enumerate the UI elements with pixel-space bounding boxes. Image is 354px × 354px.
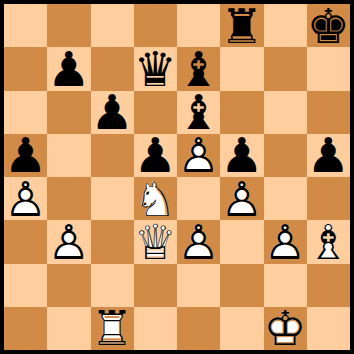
square-a8[interactable] xyxy=(4,4,47,47)
black-piece-glyph: ♛ xyxy=(134,47,177,90)
square-f7[interactable] xyxy=(220,47,263,90)
square-h7[interactable] xyxy=(307,47,350,90)
white-piece-outline-layer: ♙ xyxy=(4,177,47,220)
square-a1[interactable] xyxy=(4,307,47,350)
square-f4[interactable]: ♟♙ xyxy=(220,177,263,220)
square-g5[interactable] xyxy=(264,134,307,177)
white-piece-outline-layer: ♖ xyxy=(91,307,134,350)
black-piece-glyph: ♜ xyxy=(220,4,263,47)
square-b2[interactable] xyxy=(47,264,90,307)
square-e1[interactable] xyxy=(177,307,220,350)
white-piece-outline-layer: ♙ xyxy=(264,220,307,263)
chess-diagram: ♜♚♟♛♝♟♝♟♟♟♙♟♟♟♙♞♘♟♙♟♙♛♕♟♙♟♙♝♗♜♖♚♔ xyxy=(0,0,354,354)
white-pawn[interactable]: ♟♙ xyxy=(177,134,220,177)
white-piece-outline-layer: ♙ xyxy=(177,134,220,177)
square-h3[interactable]: ♝♗ xyxy=(307,220,350,263)
square-e5[interactable]: ♟♙ xyxy=(177,134,220,177)
black-piece-glyph: ♟ xyxy=(47,47,90,90)
square-g1[interactable]: ♚♔ xyxy=(264,307,307,350)
square-c1[interactable]: ♜♖ xyxy=(91,307,134,350)
black-piece-glyph: ♟ xyxy=(91,91,134,134)
chess-board: ♜♚♟♛♝♟♝♟♟♟♙♟♟♟♙♞♘♟♙♟♙♛♕♟♙♟♙♝♗♜♖♚♔ xyxy=(0,0,354,354)
square-b5[interactable] xyxy=(47,134,90,177)
black-piece-glyph: ♚ xyxy=(307,4,350,47)
black-king[interactable]: ♚ xyxy=(307,4,350,47)
white-king[interactable]: ♚♔ xyxy=(264,307,307,350)
square-f1[interactable] xyxy=(220,307,263,350)
square-d7[interactable]: ♛ xyxy=(134,47,177,90)
white-piece-outline-layer: ♔ xyxy=(264,307,307,350)
white-queen[interactable]: ♛♕ xyxy=(134,220,177,263)
black-rook[interactable]: ♜ xyxy=(220,4,263,47)
square-c3[interactable] xyxy=(91,220,134,263)
square-a3[interactable] xyxy=(4,220,47,263)
square-a7[interactable] xyxy=(4,47,47,90)
square-b7[interactable]: ♟ xyxy=(47,47,90,90)
square-a4[interactable]: ♟♙ xyxy=(4,177,47,220)
square-e3[interactable]: ♟♙ xyxy=(177,220,220,263)
square-h2[interactable] xyxy=(307,264,350,307)
black-piece-glyph: ♟ xyxy=(307,134,350,177)
square-g7[interactable] xyxy=(264,47,307,90)
white-pawn[interactable]: ♟♙ xyxy=(264,220,307,263)
square-c6[interactable]: ♟ xyxy=(91,91,134,134)
white-piece-outline-layer: ♕ xyxy=(134,220,177,263)
square-h5[interactable]: ♟ xyxy=(307,134,350,177)
square-d1[interactable] xyxy=(134,307,177,350)
square-d2[interactable] xyxy=(134,264,177,307)
white-pawn[interactable]: ♟♙ xyxy=(220,177,263,220)
white-piece-outline-layer: ♙ xyxy=(177,220,220,263)
square-f8[interactable]: ♜ xyxy=(220,4,263,47)
square-a2[interactable] xyxy=(4,264,47,307)
black-pawn[interactable]: ♟ xyxy=(91,91,134,134)
square-b3[interactable]: ♟♙ xyxy=(47,220,90,263)
square-d3[interactable]: ♛♕ xyxy=(134,220,177,263)
square-c4[interactable] xyxy=(91,177,134,220)
white-pawn[interactable]: ♟♙ xyxy=(177,220,220,263)
white-pawn[interactable]: ♟♙ xyxy=(47,220,90,263)
white-piece-outline-layer: ♙ xyxy=(47,220,90,263)
square-g3[interactable]: ♟♙ xyxy=(264,220,307,263)
black-queen[interactable]: ♛ xyxy=(134,47,177,90)
square-b1[interactable] xyxy=(47,307,90,350)
white-bishop[interactable]: ♝♗ xyxy=(307,220,350,263)
square-c8[interactable] xyxy=(91,4,134,47)
square-g6[interactable] xyxy=(264,91,307,134)
white-piece-outline-layer: ♙ xyxy=(220,177,263,220)
square-h1[interactable] xyxy=(307,307,350,350)
white-piece-outline-layer: ♗ xyxy=(307,220,350,263)
square-b6[interactable] xyxy=(47,91,90,134)
white-rook[interactable]: ♜♖ xyxy=(91,307,134,350)
black-pawn[interactable]: ♟ xyxy=(307,134,350,177)
square-f3[interactable] xyxy=(220,220,263,263)
black-pawn[interactable]: ♟ xyxy=(47,47,90,90)
square-c5[interactable] xyxy=(91,134,134,177)
square-h8[interactable]: ♚ xyxy=(307,4,350,47)
square-e2[interactable] xyxy=(177,264,220,307)
square-g8[interactable] xyxy=(264,4,307,47)
square-f2[interactable] xyxy=(220,264,263,307)
white-pawn[interactable]: ♟♙ xyxy=(4,177,47,220)
